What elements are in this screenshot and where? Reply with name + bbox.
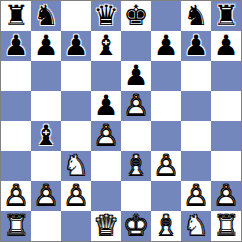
piece-white-pawn[interactable]: ♟♙ [31, 181, 61, 211]
square-g5[interactable] [181, 91, 211, 121]
chess-board: ♜♞♛♚♞♜♟♟♟♝♟♟♟♟♟♟♙♝♟♙♞♘♝♗♟♙♟♙♟♙♟♙♟♙♟♙♜♖♛♕… [0, 0, 242, 242]
square-e5[interactable]: ♟♙ [121, 91, 151, 121]
piece-white-knight[interactable]: ♞♘ [61, 151, 91, 181]
piece-outline-glyph: ♙ [151, 151, 181, 181]
square-d1[interactable]: ♛♕ [91, 211, 121, 241]
piece-white-pawn[interactable]: ♟♙ [121, 91, 151, 121]
square-a5[interactable] [1, 91, 31, 121]
square-b6[interactable] [31, 61, 61, 91]
piece-white-king[interactable]: ♚♔ [121, 211, 151, 241]
piece-outline-glyph: ♙ [181, 181, 211, 211]
piece-black-pawn[interactable]: ♟ [61, 31, 91, 61]
piece-outline-glyph: ♘ [61, 151, 91, 181]
piece-outline-glyph: ♙ [211, 181, 241, 211]
square-e1[interactable]: ♚♔ [121, 211, 151, 241]
piece-black-pawn[interactable]: ♟ [31, 31, 61, 61]
square-a4[interactable] [1, 121, 31, 151]
piece-black-pawn[interactable]: ♟ [1, 31, 31, 61]
square-d4[interactable]: ♟♙ [91, 121, 121, 151]
piece-black-king[interactable]: ♚ [121, 1, 151, 31]
square-h4[interactable] [211, 121, 241, 151]
piece-white-rook[interactable]: ♜♖ [1, 211, 31, 241]
square-c4[interactable] [61, 121, 91, 151]
square-g4[interactable] [181, 121, 211, 151]
piece-outline-glyph: ♗ [121, 151, 151, 181]
square-a2[interactable]: ♟♙ [1, 181, 31, 211]
square-c8[interactable] [61, 1, 91, 31]
square-g6[interactable] [181, 61, 211, 91]
piece-outline-glyph: ♘ [181, 211, 211, 241]
piece-glyph: ♞ [181, 1, 211, 31]
square-d3[interactable] [91, 151, 121, 181]
square-b2[interactable]: ♟♙ [31, 181, 61, 211]
piece-black-pawn[interactable]: ♟ [181, 31, 211, 61]
square-b8[interactable]: ♞ [31, 1, 61, 31]
square-c7[interactable]: ♟ [61, 31, 91, 61]
square-e4[interactable] [121, 121, 151, 151]
square-c6[interactable] [61, 61, 91, 91]
square-d6[interactable] [91, 61, 121, 91]
square-f7[interactable]: ♟ [151, 31, 181, 61]
piece-glyph: ♚ [121, 1, 151, 31]
square-a8[interactable]: ♜ [1, 1, 31, 31]
piece-outline-glyph: ♙ [1, 181, 31, 211]
piece-black-pawn[interactable]: ♟ [151, 31, 181, 61]
square-e7[interactable] [121, 31, 151, 61]
square-b1[interactable] [31, 211, 61, 241]
piece-outline-glyph: ♕ [91, 211, 121, 241]
piece-glyph: ♟ [151, 31, 181, 61]
square-h7[interactable]: ♟ [211, 31, 241, 61]
square-g7[interactable]: ♟ [181, 31, 211, 61]
square-d5[interactable]: ♟ [91, 91, 121, 121]
square-e8[interactable]: ♚ [121, 1, 151, 31]
square-b7[interactable]: ♟ [31, 31, 61, 61]
piece-glyph: ♟ [31, 31, 61, 61]
piece-black-pawn[interactable]: ♟ [121, 61, 151, 91]
piece-white-pawn[interactable]: ♟♙ [1, 181, 31, 211]
square-c1[interactable] [61, 211, 91, 241]
square-h2[interactable]: ♟♙ [211, 181, 241, 211]
square-f8[interactable] [151, 1, 181, 31]
chess-board-container: ♜♞♛♚♞♜♟♟♟♝♟♟♟♟♟♟♙♝♟♙♞♘♝♗♟♙♟♙♟♙♟♙♟♙♟♙♜♖♛♕… [0, 0, 242, 242]
square-h1[interactable]: ♜♖ [211, 211, 241, 241]
piece-white-pawn[interactable]: ♟♙ [211, 181, 241, 211]
square-b5[interactable] [31, 91, 61, 121]
square-a6[interactable] [1, 61, 31, 91]
piece-black-pawn[interactable]: ♟ [211, 31, 241, 61]
piece-white-pawn[interactable]: ♟♙ [151, 151, 181, 181]
square-d2[interactable] [91, 181, 121, 211]
piece-black-queen[interactable]: ♛ [91, 1, 121, 31]
piece-black-knight[interactable]: ♞ [181, 1, 211, 31]
square-e6[interactable]: ♟ [121, 61, 151, 91]
piece-outline-glyph: ♙ [31, 181, 61, 211]
square-a1[interactable]: ♜♖ [1, 211, 31, 241]
piece-outline-glyph: ♔ [121, 211, 151, 241]
piece-glyph: ♝ [91, 31, 121, 61]
square-h3[interactable] [211, 151, 241, 181]
square-f2[interactable] [151, 181, 181, 211]
piece-black-pawn[interactable]: ♟ [91, 91, 121, 121]
square-f5[interactable] [151, 91, 181, 121]
square-f6[interactable] [151, 61, 181, 91]
square-f3[interactable]: ♟♙ [151, 151, 181, 181]
piece-white-bishop[interactable]: ♝♗ [151, 211, 181, 241]
piece-white-bishop[interactable]: ♝♗ [121, 151, 151, 181]
piece-glyph: ♞ [31, 1, 61, 31]
piece-black-bishop[interactable]: ♝ [91, 31, 121, 61]
square-g2[interactable]: ♟♙ [181, 181, 211, 211]
piece-black-knight[interactable]: ♞ [31, 1, 61, 31]
piece-outline-glyph: ♙ [61, 181, 91, 211]
piece-black-bishop[interactable]: ♝ [31, 121, 61, 151]
piece-outline-glyph: ♖ [211, 211, 241, 241]
piece-glyph: ♜ [1, 1, 31, 31]
square-b3[interactable] [31, 151, 61, 181]
piece-glyph: ♟ [61, 31, 91, 61]
piece-glyph: ♟ [181, 31, 211, 61]
piece-outline-glyph: ♖ [1, 211, 31, 241]
piece-black-rook[interactable]: ♜ [211, 1, 241, 31]
piece-glyph: ♟ [1, 31, 31, 61]
square-h5[interactable] [211, 91, 241, 121]
piece-outline-glyph: ♙ [121, 91, 151, 121]
square-h8[interactable]: ♜ [211, 1, 241, 31]
square-c3[interactable]: ♞♘ [61, 151, 91, 181]
square-h6[interactable] [211, 61, 241, 91]
square-g3[interactable] [181, 151, 211, 181]
piece-white-pawn[interactable]: ♟♙ [61, 181, 91, 211]
square-e2[interactable] [121, 181, 151, 211]
piece-white-rook[interactable]: ♜♖ [211, 211, 241, 241]
piece-white-pawn[interactable]: ♟♙ [181, 181, 211, 211]
square-a7[interactable]: ♟ [1, 31, 31, 61]
piece-glyph: ♛ [91, 1, 121, 31]
piece-glyph: ♜ [211, 1, 241, 31]
square-d8[interactable]: ♛ [91, 1, 121, 31]
square-g1[interactable]: ♞♘ [181, 211, 211, 241]
piece-outline-glyph: ♙ [91, 121, 121, 151]
piece-white-queen[interactable]: ♛♕ [91, 211, 121, 241]
piece-glyph: ♟ [121, 61, 151, 91]
piece-outline-glyph: ♗ [151, 211, 181, 241]
square-f4[interactable] [151, 121, 181, 151]
piece-glyph: ♟ [91, 91, 121, 121]
square-b4[interactable]: ♝ [31, 121, 61, 151]
piece-white-pawn[interactable]: ♟♙ [91, 121, 121, 151]
square-d7[interactable]: ♝ [91, 31, 121, 61]
piece-glyph: ♝ [31, 121, 61, 151]
square-c5[interactable] [61, 91, 91, 121]
square-f1[interactable]: ♝♗ [151, 211, 181, 241]
piece-black-rook[interactable]: ♜ [1, 1, 31, 31]
square-g8[interactable]: ♞ [181, 1, 211, 31]
square-c2[interactable]: ♟♙ [61, 181, 91, 211]
square-a3[interactable] [1, 151, 31, 181]
piece-glyph: ♟ [211, 31, 241, 61]
piece-white-knight[interactable]: ♞♘ [181, 211, 211, 241]
square-e3[interactable]: ♝♗ [121, 151, 151, 181]
